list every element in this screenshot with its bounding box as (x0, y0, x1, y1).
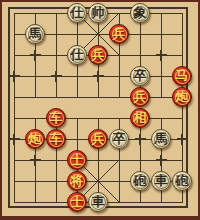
piece-label: 仕 (71, 45, 84, 65)
piece-label: 車 (92, 192, 105, 212)
piece-label: 车 (50, 108, 63, 128)
piece-ivory-chariot[interactable]: 車 (151, 171, 171, 191)
piece-label: 将 (71, 171, 84, 191)
piece-label: 兵 (92, 129, 105, 149)
piece-label: 象 (134, 3, 147, 23)
piece-red-soldier[interactable]: 兵 (88, 129, 108, 149)
piece-ivory-elephant[interactable]: 象 (130, 3, 150, 23)
piece-ivory-soldier[interactable]: 卒 (130, 66, 150, 86)
piece-label: 馬 (29, 24, 42, 44)
piece-red-general[interactable]: 将 (67, 171, 87, 191)
piece-red-chariot[interactable]: 车 (46, 108, 66, 128)
piece-ivory-horse[interactable]: 馬 (151, 129, 171, 149)
piece-ivory-soldier[interactable]: 卒 (109, 129, 129, 149)
piece-red-soldier[interactable]: 兵 (130, 87, 150, 107)
piece-label: 士 (71, 192, 84, 212)
piece-label: 炮 (176, 87, 189, 107)
piece-label: 车 (50, 129, 63, 149)
piece-red-soldier[interactable]: 兵 (88, 45, 108, 65)
piece-red-cannon[interactable]: 炮 (172, 87, 192, 107)
piece-red-soldier[interactable]: 兵 (109, 24, 129, 44)
piece-red-cannon[interactable]: 炮 (25, 129, 45, 149)
piece-label: 仕 (71, 3, 84, 23)
piece-label: 兵 (113, 24, 126, 44)
piece-label: 砲 (134, 171, 147, 191)
piece-label: 士 (71, 150, 84, 170)
piece-red-chariot[interactable]: 车 (46, 129, 66, 149)
piece-label: 卒 (134, 66, 147, 86)
piece-label: 馬 (155, 129, 168, 149)
piece-label: 马 (176, 66, 189, 86)
piece-label: 車 (155, 171, 168, 191)
piece-label: 帅 (92, 3, 105, 23)
piece-red-elephant[interactable]: 相 (130, 108, 150, 128)
piece-ivory-cannon[interactable]: 砲 (130, 171, 150, 191)
piece-ivory-horse[interactable]: 馬 (25, 24, 45, 44)
piece-ivory-advisor[interactable]: 仕 (67, 3, 87, 23)
piece-label: 兵 (134, 87, 147, 107)
piece-ivory-cannon[interactable]: 砲 (172, 171, 192, 191)
piece-red-advisor[interactable]: 士 (67, 150, 87, 170)
piece-label: 卒 (113, 129, 126, 149)
piece-label: 炮 (29, 129, 42, 149)
piece-label: 兵 (92, 45, 105, 65)
piece-red-horse[interactable]: 马 (172, 66, 192, 86)
xiangqi-app: 仕帅象馬兵仕兵卒马兵炮车相炮车兵卒馬士将砲車砲士車 (0, 0, 200, 220)
piece-label: 相 (134, 108, 147, 128)
piece-ivory-advisor[interactable]: 仕 (67, 45, 87, 65)
piece-ivory-general[interactable]: 帅 (88, 3, 108, 23)
piece-label: 砲 (176, 171, 189, 191)
piece-red-advisor[interactable]: 士 (67, 192, 87, 212)
piece-ivory-chariot[interactable]: 車 (88, 192, 108, 212)
